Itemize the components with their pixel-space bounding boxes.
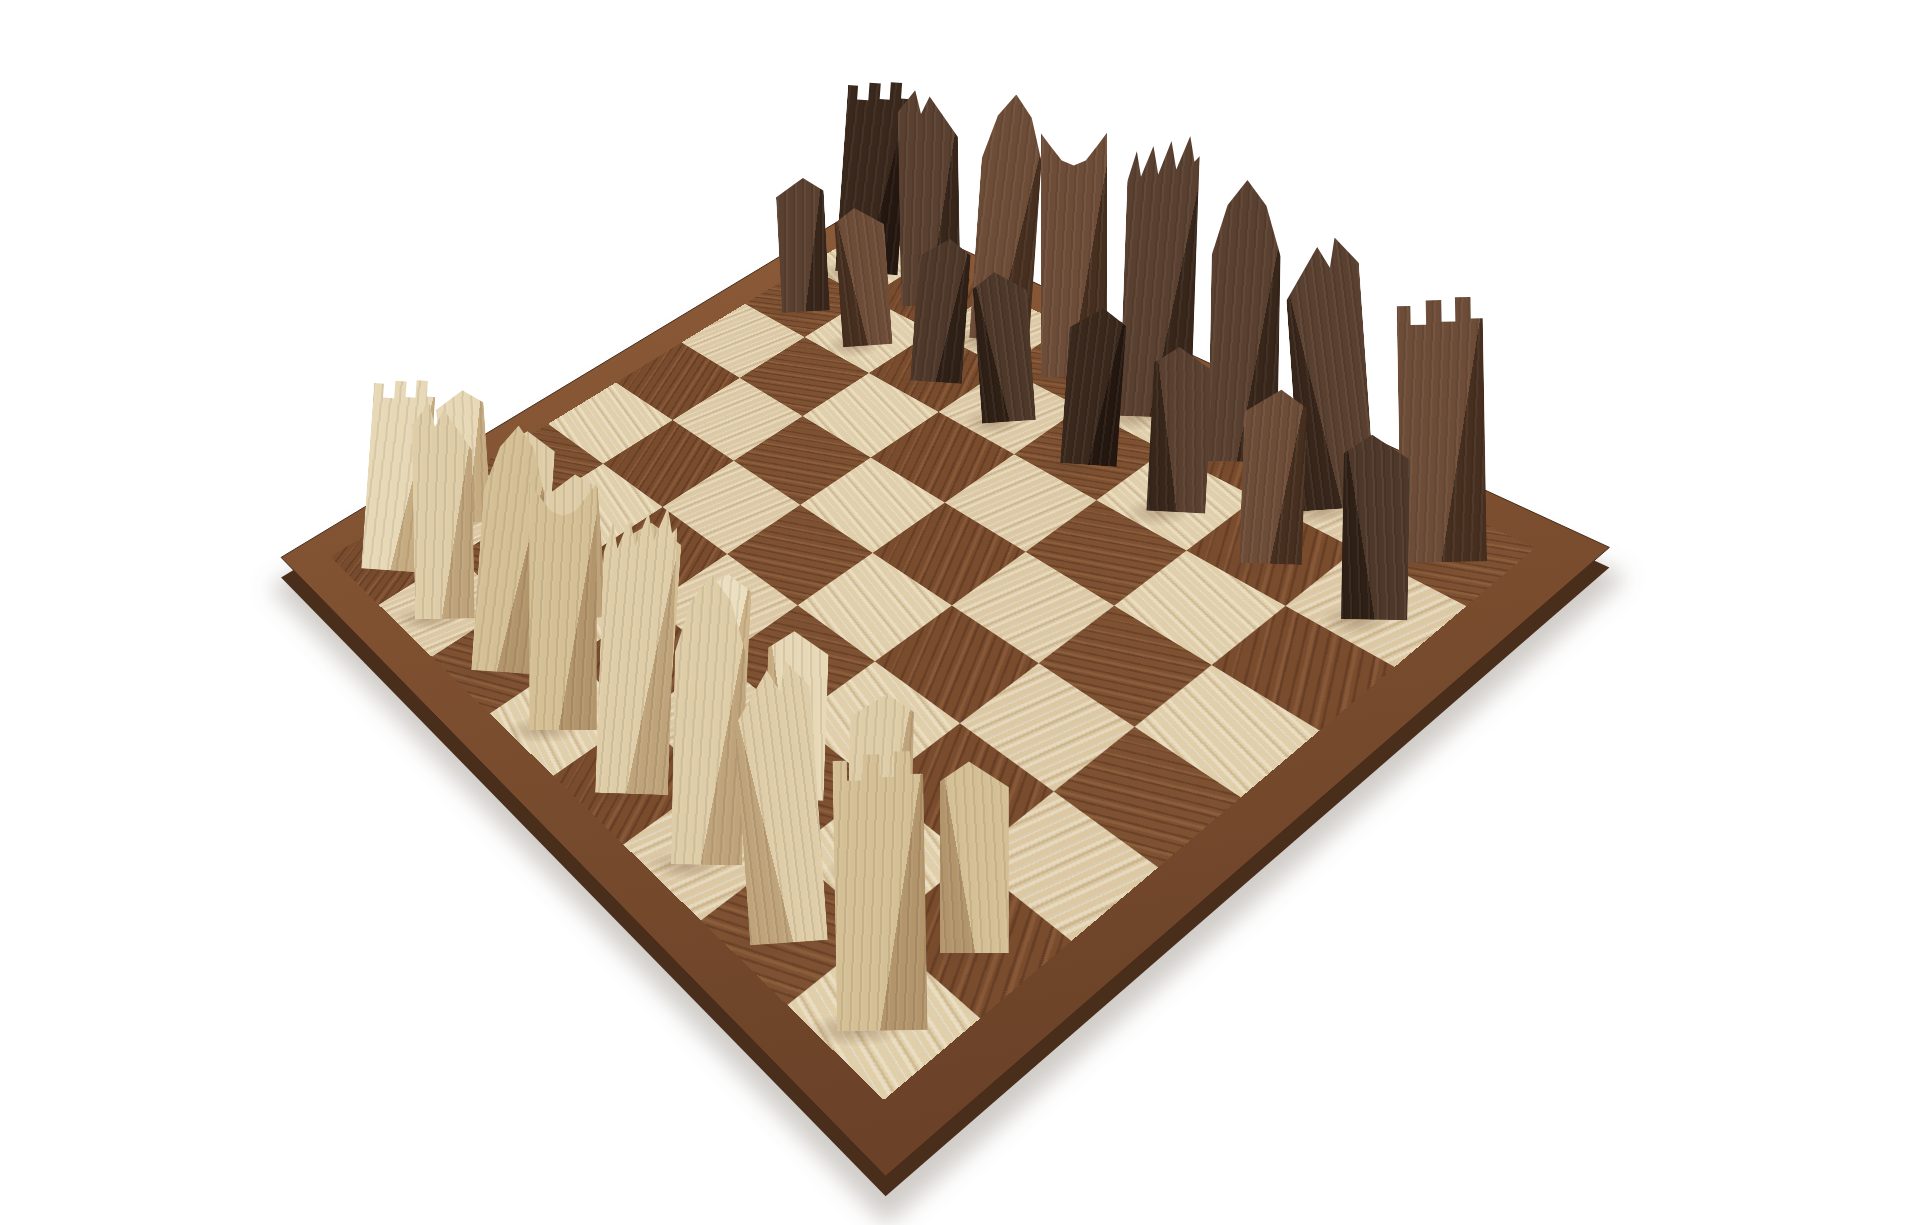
photo-scene [0, 0, 1920, 1225]
